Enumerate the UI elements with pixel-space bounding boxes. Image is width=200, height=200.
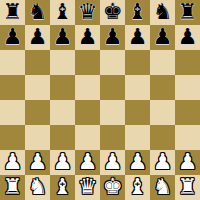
white-king[interactable]: ♚ xyxy=(103,174,123,199)
square-a4[interactable] xyxy=(0,100,25,125)
square-c8[interactable]: ♝ xyxy=(50,0,75,25)
square-h4[interactable] xyxy=(175,100,200,125)
square-f3[interactable] xyxy=(125,125,150,150)
square-h5[interactable] xyxy=(175,75,200,100)
square-g5[interactable] xyxy=(150,75,175,100)
square-f5[interactable] xyxy=(125,75,150,100)
white-pawn[interactable]: ♟ xyxy=(28,149,48,174)
black-bishop[interactable]: ♝ xyxy=(53,0,73,24)
square-g3[interactable] xyxy=(150,125,175,150)
square-f7[interactable]: ♟ xyxy=(125,25,150,50)
square-c7[interactable]: ♟ xyxy=(50,25,75,50)
square-b2[interactable]: ♟ xyxy=(25,150,50,175)
square-f6[interactable] xyxy=(125,50,150,75)
square-e4[interactable] xyxy=(100,100,125,125)
square-g2[interactable]: ♟ xyxy=(150,150,175,175)
square-a6[interactable] xyxy=(0,50,25,75)
square-d7[interactable]: ♟ xyxy=(75,25,100,50)
square-a3[interactable] xyxy=(0,125,25,150)
black-pawn[interactable]: ♟ xyxy=(128,24,148,49)
white-pawn[interactable]: ♟ xyxy=(178,149,198,174)
white-queen[interactable]: ♛ xyxy=(78,174,98,199)
square-e3[interactable] xyxy=(100,125,125,150)
square-f8[interactable]: ♝ xyxy=(125,0,150,25)
black-pawn[interactable]: ♟ xyxy=(53,24,73,49)
square-d3[interactable] xyxy=(75,125,100,150)
white-pawn[interactable]: ♟ xyxy=(153,149,173,174)
square-g6[interactable] xyxy=(150,50,175,75)
square-d4[interactable] xyxy=(75,100,100,125)
square-a5[interactable] xyxy=(0,75,25,100)
square-g1[interactable]: ♞ xyxy=(150,175,175,200)
white-bishop[interactable]: ♝ xyxy=(53,174,73,199)
black-pawn[interactable]: ♟ xyxy=(3,24,23,49)
white-rook[interactable]: ♜ xyxy=(178,174,198,199)
white-bishop[interactable]: ♝ xyxy=(128,174,148,199)
black-bishop[interactable]: ♝ xyxy=(128,0,148,24)
black-king[interactable]: ♚ xyxy=(103,0,123,24)
black-pawn[interactable]: ♟ xyxy=(153,24,173,49)
square-b5[interactable] xyxy=(25,75,50,100)
square-d8[interactable]: ♛ xyxy=(75,0,100,25)
square-b7[interactable]: ♟ xyxy=(25,25,50,50)
white-pawn[interactable]: ♟ xyxy=(3,149,23,174)
square-e2[interactable]: ♟ xyxy=(100,150,125,175)
black-knight[interactable]: ♞ xyxy=(153,0,173,24)
square-c6[interactable] xyxy=(50,50,75,75)
black-queen[interactable]: ♛ xyxy=(78,0,98,24)
square-f2[interactable]: ♟ xyxy=(125,150,150,175)
black-pawn[interactable]: ♟ xyxy=(178,24,198,49)
square-c1[interactable]: ♝ xyxy=(50,175,75,200)
white-pawn[interactable]: ♟ xyxy=(128,149,148,174)
square-b1[interactable]: ♞ xyxy=(25,175,50,200)
black-pawn[interactable]: ♟ xyxy=(78,24,98,49)
square-a1[interactable]: ♜ xyxy=(0,175,25,200)
white-pawn[interactable]: ♟ xyxy=(78,149,98,174)
square-b8[interactable]: ♞ xyxy=(25,0,50,25)
square-g8[interactable]: ♞ xyxy=(150,0,175,25)
square-a8[interactable]: ♜ xyxy=(0,0,25,25)
square-e1[interactable]: ♚ xyxy=(100,175,125,200)
white-rook[interactable]: ♜ xyxy=(3,174,23,199)
square-c4[interactable] xyxy=(50,100,75,125)
square-b3[interactable] xyxy=(25,125,50,150)
square-h6[interactable] xyxy=(175,50,200,75)
white-knight[interactable]: ♞ xyxy=(28,174,48,199)
square-d6[interactable] xyxy=(75,50,100,75)
white-knight[interactable]: ♞ xyxy=(153,174,173,199)
square-g7[interactable]: ♟ xyxy=(150,25,175,50)
black-pawn[interactable]: ♟ xyxy=(103,24,123,49)
white-pawn[interactable]: ♟ xyxy=(103,149,123,174)
square-d5[interactable] xyxy=(75,75,100,100)
square-h3[interactable] xyxy=(175,125,200,150)
square-b4[interactable] xyxy=(25,100,50,125)
square-c5[interactable] xyxy=(50,75,75,100)
white-pawn[interactable]: ♟ xyxy=(53,149,73,174)
square-h8[interactable]: ♜ xyxy=(175,0,200,25)
square-f4[interactable] xyxy=(125,100,150,125)
square-c2[interactable]: ♟ xyxy=(50,150,75,175)
square-d2[interactable]: ♟ xyxy=(75,150,100,175)
square-h1[interactable]: ♜ xyxy=(175,175,200,200)
chess-board: ♜♞♝♛♚♝♞♜♟♟♟♟♟♟♟♟♟♟♟♟♟♟♟♟♜♞♝♛♚♝♞♜ xyxy=(0,0,200,200)
black-pawn[interactable]: ♟ xyxy=(28,24,48,49)
square-b6[interactable] xyxy=(25,50,50,75)
square-g4[interactable] xyxy=(150,100,175,125)
black-rook[interactable]: ♜ xyxy=(178,0,198,24)
square-d1[interactable]: ♛ xyxy=(75,175,100,200)
square-e7[interactable]: ♟ xyxy=(100,25,125,50)
square-h2[interactable]: ♟ xyxy=(175,150,200,175)
square-h7[interactable]: ♟ xyxy=(175,25,200,50)
square-a2[interactable]: ♟ xyxy=(0,150,25,175)
square-e6[interactable] xyxy=(100,50,125,75)
black-rook[interactable]: ♜ xyxy=(3,0,23,24)
black-knight[interactable]: ♞ xyxy=(28,0,48,24)
square-e5[interactable] xyxy=(100,75,125,100)
square-c3[interactable] xyxy=(50,125,75,150)
square-e8[interactable]: ♚ xyxy=(100,0,125,25)
square-f1[interactable]: ♝ xyxy=(125,175,150,200)
square-a7[interactable]: ♟ xyxy=(0,25,25,50)
